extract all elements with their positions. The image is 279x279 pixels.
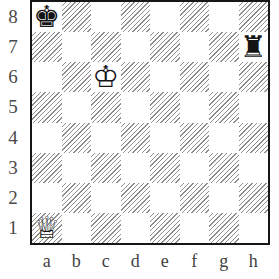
piece-black-rook: ♜ (240, 32, 267, 62)
square-b3 (62, 153, 92, 183)
square-f6 (180, 62, 210, 92)
square-h8 (239, 2, 269, 32)
square-c5 (91, 92, 121, 122)
square-e1 (150, 213, 180, 243)
square-a1: ♛♕ (32, 213, 62, 243)
square-g4 (209, 123, 239, 153)
black-king-glyph: ♚ (33, 0, 60, 34)
file-labels: abcdefgh (32, 247, 268, 275)
square-h3 (239, 153, 269, 183)
square-h7: ♜ (239, 32, 269, 62)
rank-label-3: 3 (0, 153, 26, 183)
square-e8 (150, 2, 180, 32)
square-b8 (62, 2, 92, 32)
square-g3 (209, 153, 239, 183)
square-a5 (32, 92, 62, 122)
square-d4 (121, 123, 151, 153)
square-f4 (180, 123, 210, 153)
square-d5 (121, 92, 151, 122)
black-rook-glyph: ♜ (240, 29, 267, 64)
square-c2 (91, 183, 121, 213)
square-g5 (209, 92, 239, 122)
square-b6 (62, 62, 92, 92)
rank-label-4: 4 (0, 123, 26, 153)
square-a4 (32, 123, 62, 153)
square-e7 (150, 32, 180, 62)
square-d7 (121, 32, 151, 62)
chess-diagram: 87654321 ♚♜♚♔♛♕ abcdefgh (0, 0, 279, 279)
white-king-outline-glyph: ♔ (92, 59, 119, 94)
file-label-f: f (180, 247, 210, 275)
square-g1 (209, 213, 239, 243)
rank-label-6: 6 (0, 62, 26, 92)
piece-black-king: ♚ (33, 2, 60, 32)
file-label-h: h (239, 247, 269, 275)
rank-label-8: 8 (0, 2, 26, 32)
square-b2 (62, 183, 92, 213)
rank-label-2: 2 (0, 183, 26, 213)
square-f8 (180, 2, 210, 32)
square-f1 (180, 213, 210, 243)
square-c6: ♚♔ (91, 62, 121, 92)
square-h5 (239, 92, 269, 122)
white-queen-outline-glyph: ♕ (33, 210, 60, 245)
square-e6 (150, 62, 180, 92)
square-g7 (209, 32, 239, 62)
square-c4 (91, 123, 121, 153)
square-h4 (239, 123, 269, 153)
square-a6 (32, 62, 62, 92)
square-b1 (62, 213, 92, 243)
square-a2 (32, 183, 62, 213)
square-g6 (209, 62, 239, 92)
piece-white-queen: ♛♕ (33, 213, 60, 243)
file-label-b: b (62, 247, 92, 275)
file-label-e: e (150, 247, 180, 275)
square-d8 (121, 2, 151, 32)
square-h2 (239, 183, 269, 213)
square-f5 (180, 92, 210, 122)
square-a8: ♚ (32, 2, 62, 32)
piece-white-king: ♚♔ (92, 62, 119, 92)
square-c3 (91, 153, 121, 183)
rank-label-5: 5 (0, 92, 26, 122)
square-c1 (91, 213, 121, 243)
square-f7 (180, 32, 210, 62)
square-h1 (239, 213, 269, 243)
square-f3 (180, 153, 210, 183)
file-label-g: g (209, 247, 239, 275)
square-b4 (62, 123, 92, 153)
square-d3 (121, 153, 151, 183)
square-g2 (209, 183, 239, 213)
square-h6 (239, 62, 269, 92)
file-label-c: c (91, 247, 121, 275)
square-b5 (62, 92, 92, 122)
square-g8 (209, 2, 239, 32)
square-d2 (121, 183, 151, 213)
square-e4 (150, 123, 180, 153)
rank-label-1: 1 (0, 213, 26, 243)
square-a3 (32, 153, 62, 183)
square-c7 (91, 32, 121, 62)
square-d6 (121, 62, 151, 92)
square-f2 (180, 183, 210, 213)
file-label-a: a (32, 247, 62, 275)
square-e5 (150, 92, 180, 122)
square-b7 (62, 32, 92, 62)
file-label-d: d (121, 247, 151, 275)
square-c8 (91, 2, 121, 32)
square-e3 (150, 153, 180, 183)
square-e2 (150, 183, 180, 213)
chess-board: ♚♜♚♔♛♕ (30, 0, 270, 245)
square-a7 (32, 32, 62, 62)
rank-label-7: 7 (0, 32, 26, 62)
rank-labels: 87654321 (0, 2, 26, 243)
square-d1 (121, 213, 151, 243)
